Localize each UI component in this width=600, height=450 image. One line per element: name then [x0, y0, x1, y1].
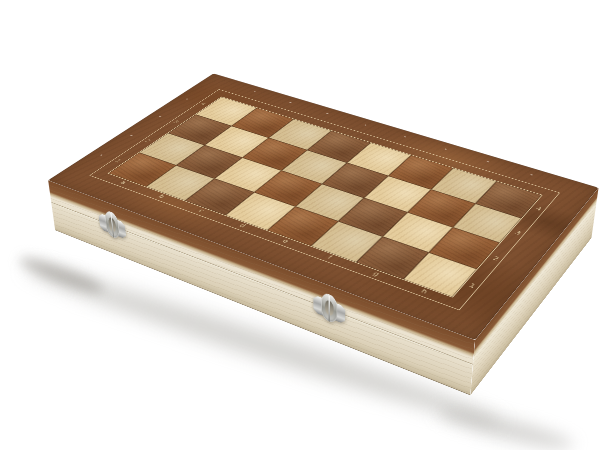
square-c1 — [185, 179, 254, 216]
rim-dot — [444, 148, 447, 150]
drop-shadow-left — [17, 252, 107, 298]
rank-label-right-3: 3 — [501, 218, 536, 247]
rank-label-right-4: 4 — [522, 195, 555, 222]
square-f2 — [338, 198, 407, 237]
file-label-h: h — [398, 280, 452, 303]
latch-left — [98, 207, 127, 245]
rim-dot — [326, 113, 329, 114]
pinstripe-outer — [89, 89, 560, 310]
file-label-b: b — [140, 187, 184, 205]
rim-dot — [159, 116, 162, 117]
file-label-c: c — [179, 201, 225, 220]
square-e2 — [295, 184, 364, 221]
square-g1 — [356, 237, 429, 280]
file-label-d: d — [219, 216, 266, 235]
photo-background: abcdefgh11223344 — [0, 0, 600, 450]
rim-dot — [530, 174, 533, 176]
square-f1 — [311, 221, 383, 262]
square-h2 — [429, 227, 500, 269]
rank-label-right-1: 1 — [453, 269, 491, 302]
rim-dot — [100, 154, 103, 156]
square-h1 — [403, 252, 477, 296]
square-h3 — [453, 204, 522, 243]
latch-pin — [328, 296, 330, 322]
latch-right — [313, 288, 345, 330]
square-e1 — [267, 207, 338, 247]
rank-label-right-2: 2 — [478, 243, 515, 274]
rim-dot — [364, 124, 367, 125]
square-g2 — [383, 212, 453, 252]
rim-dot — [253, 91, 256, 92]
square-d1 — [225, 192, 295, 230]
file-label-e: e — [261, 231, 310, 251]
file-label-g: g — [351, 263, 403, 285]
rim-dot — [486, 161, 489, 163]
rim-dot — [403, 136, 406, 137]
rim-dot — [130, 135, 133, 136]
rim-dot — [289, 102, 292, 103]
file-label-f: f — [305, 247, 355, 268]
square-h4 — [475, 181, 541, 218]
rim-dot — [186, 98, 189, 99]
square-g3 — [408, 189, 476, 227]
drop-shadow-right — [435, 402, 576, 450]
